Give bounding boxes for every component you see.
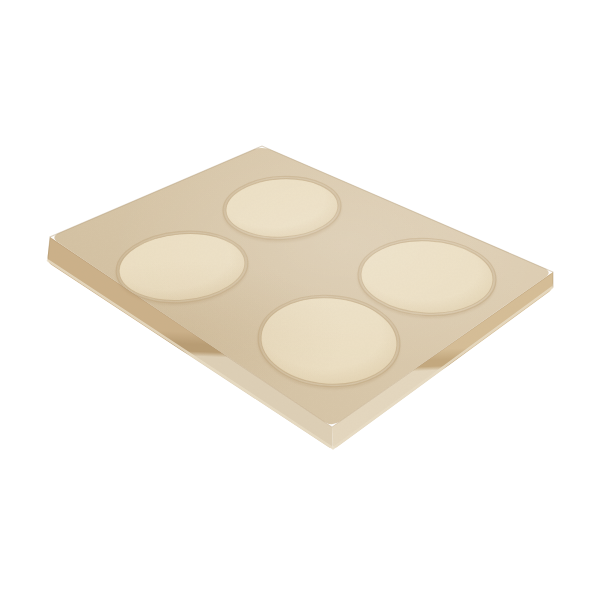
product-photo: Beige rectangular molded tray with four … <box>0 0 600 600</box>
photo-stage: Beige rectangular molded tray with four … <box>0 0 600 600</box>
